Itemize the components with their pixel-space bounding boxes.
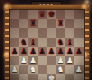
square-h1[interactable] — [74, 74, 83, 80]
square-d6[interactable] — [38, 28, 47, 37]
black-rook[interactable]: ♜ — [28, 19, 37, 28]
square-a7[interactable] — [10, 19, 19, 28]
square-e8[interactable]: ♚ — [47, 10, 56, 19]
square-d3[interactable] — [38, 56, 47, 65]
black-pawn[interactable]: ♟ — [47, 47, 56, 56]
square-d8[interactable]: ♛ — [38, 10, 47, 19]
square-e6[interactable] — [47, 28, 56, 37]
square-a6[interactable] — [10, 28, 19, 37]
square-f1[interactable] — [56, 74, 65, 80]
square-a2[interactable]: ♟ — [10, 65, 19, 74]
square-b8[interactable] — [19, 10, 28, 19]
square-g2[interactable] — [65, 65, 74, 74]
white-pawn[interactable]: ♟ — [74, 65, 83, 74]
black-king[interactable]: ♚ — [47, 10, 56, 19]
white-king[interactable]: ♚ — [47, 74, 56, 80]
square-a1[interactable] — [10, 74, 19, 80]
white-pawn[interactable]: ♟ — [10, 65, 19, 74]
square-h4[interactable]: ♟ — [74, 47, 83, 56]
square-b1[interactable] — [19, 74, 28, 80]
square-b2[interactable] — [19, 65, 28, 74]
square-a4[interactable]: ♟ — [10, 47, 19, 56]
square-d2[interactable] — [38, 65, 47, 74]
square-c7[interactable]: ♜ — [28, 19, 37, 28]
square-c1[interactable] — [28, 74, 37, 80]
square-h7[interactable] — [74, 19, 83, 28]
square-h8[interactable] — [74, 10, 83, 19]
white-pawn[interactable]: ♟ — [65, 56, 74, 65]
black-pawn[interactable]: ♟ — [38, 47, 47, 56]
square-e1[interactable]: ♚ — [47, 74, 56, 80]
white-pawn[interactable]: ♟ — [19, 56, 28, 65]
white-knight[interactable]: ♞ — [28, 65, 37, 74]
square-h6[interactable] — [74, 28, 83, 37]
square-h2[interactable]: ♟ — [74, 65, 83, 74]
black-queen[interactable]: ♛ — [38, 10, 47, 19]
square-d7[interactable] — [38, 19, 47, 28]
square-g3[interactable]: ♟ — [65, 56, 74, 65]
square-d1[interactable] — [38, 74, 47, 80]
square-e7[interactable] — [47, 19, 56, 28]
black-pawn[interactable]: ♟ — [10, 47, 19, 56]
board-frame-right-lights — [84, 5, 89, 80]
square-e4[interactable]: ♟ — [47, 47, 56, 56]
square-g7[interactable] — [65, 19, 74, 28]
square-g8[interactable] — [65, 10, 74, 19]
square-d4[interactable]: ♟ — [38, 47, 47, 56]
square-a8[interactable] — [10, 10, 19, 19]
square-f7[interactable]: ♜ — [56, 19, 65, 28]
white-knight[interactable]: ♞ — [56, 65, 65, 74]
black-pawn[interactable]: ♟ — [74, 47, 83, 56]
square-c2[interactable]: ♞ — [28, 65, 37, 74]
square-g1[interactable] — [65, 74, 74, 80]
square-b3[interactable]: ♟ — [19, 56, 28, 65]
chess-board[interactable]: ♛♚♜♜♞♝♞♝♟♟♟♟♟♟♟♟♟♟♟♟♟♞♞♟♚ — [10, 10, 84, 80]
square-b7[interactable] — [19, 19, 28, 28]
square-f2[interactable]: ♞ — [56, 65, 65, 74]
square-e3[interactable] — [47, 56, 56, 65]
game-screen: ▪▪▪▪ ♛♚♜♜♞♝♞♝♟♟♟♟♟♟♟♟♟♟♟♟♟♞♞♟♚ — [0, 0, 92, 80]
black-rook[interactable]: ♜ — [56, 19, 65, 28]
